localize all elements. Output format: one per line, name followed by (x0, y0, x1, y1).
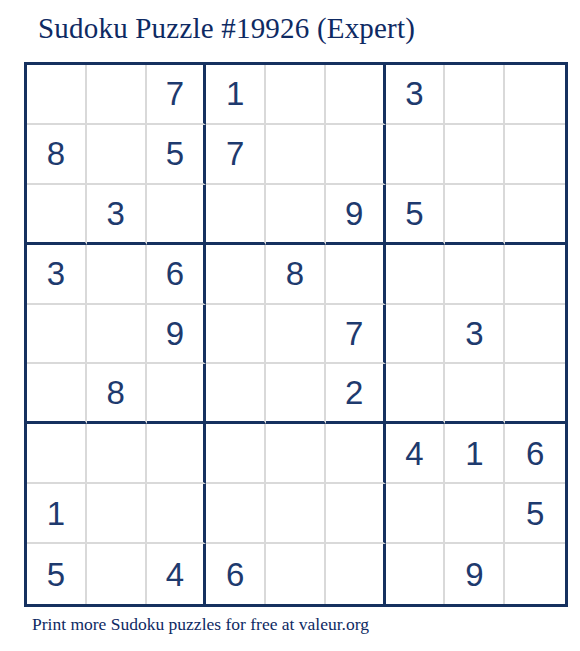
sudoku-cell-r7c5[interactable] (266, 424, 326, 484)
sudoku-cell-r8c2[interactable] (87, 484, 147, 544)
sudoku-cell-r8c7[interactable] (386, 484, 446, 544)
sudoku-cell-r2c2[interactable] (87, 125, 147, 185)
sudoku-cell-r1c6[interactable] (326, 65, 386, 125)
sudoku-cell-r8c5[interactable] (266, 484, 326, 544)
sudoku-cell-r8c1: 1 (27, 484, 87, 544)
sudoku-cell-r7c7: 4 (386, 424, 446, 484)
sudoku-cell-r8c8[interactable] (445, 484, 505, 544)
sudoku-cell-r5c6: 7 (326, 305, 386, 365)
sudoku-board: 71385739536897382416155469 (24, 62, 568, 607)
sudoku-cell-r3c2: 3 (87, 185, 147, 245)
sudoku-cell-r7c8: 1 (445, 424, 505, 484)
sudoku-cell-r1c5[interactable] (266, 65, 326, 125)
sudoku-cell-r5c1[interactable] (27, 305, 87, 365)
sudoku-cell-r4c1: 3 (27, 245, 87, 305)
sudoku-cell-r7c4[interactable] (206, 424, 266, 484)
sudoku-cell-r6c6: 2 (326, 364, 386, 424)
sudoku-cell-r5c8: 3 (445, 305, 505, 365)
sudoku-cell-r9c3: 4 (147, 544, 207, 604)
sudoku-cell-r4c2[interactable] (87, 245, 147, 305)
sudoku-cell-r3c7: 5 (386, 185, 446, 245)
sudoku-cell-r2c7[interactable] (386, 125, 446, 185)
sudoku-cell-r3c9[interactable] (505, 185, 565, 245)
sudoku-cell-r1c4: 1 (206, 65, 266, 125)
sudoku-cell-r5c9[interactable] (505, 305, 565, 365)
sudoku-cell-r9c1: 5 (27, 544, 87, 604)
footer-text: Print more Sudoku puzzles for free at va… (32, 614, 369, 635)
sudoku-cell-r1c2[interactable] (87, 65, 147, 125)
sudoku-cell-r4c5: 8 (266, 245, 326, 305)
sudoku-cell-r6c9[interactable] (505, 364, 565, 424)
sudoku-cell-r2c8[interactable] (445, 125, 505, 185)
sudoku-cell-r6c3[interactable] (147, 364, 207, 424)
sudoku-cell-r4c3: 6 (147, 245, 207, 305)
sudoku-cell-r7c1[interactable] (27, 424, 87, 484)
sudoku-cell-r3c5[interactable] (266, 185, 326, 245)
sudoku-cell-r5c5[interactable] (266, 305, 326, 365)
sudoku-cell-r8c9: 5 (505, 484, 565, 544)
sudoku-cell-r9c9[interactable] (505, 544, 565, 604)
sudoku-cell-r6c4[interactable] (206, 364, 266, 424)
sudoku-cell-r6c2: 8 (87, 364, 147, 424)
sudoku-cell-r9c5[interactable] (266, 544, 326, 604)
sudoku-cell-r5c3: 9 (147, 305, 207, 365)
sudoku-cell-r4c7[interactable] (386, 245, 446, 305)
sudoku-cell-r5c4[interactable] (206, 305, 266, 365)
sudoku-cell-r9c4: 6 (206, 544, 266, 604)
sudoku-cell-r2c3: 5 (147, 125, 207, 185)
sudoku-cell-r9c6[interactable] (326, 544, 386, 604)
sudoku-cell-r9c8: 9 (445, 544, 505, 604)
sudoku-cell-r3c3[interactable] (147, 185, 207, 245)
sudoku-cell-r6c7[interactable] (386, 364, 446, 424)
sudoku-cell-r8c6[interactable] (326, 484, 386, 544)
sudoku-cell-r1c9[interactable] (505, 65, 565, 125)
page-title: Sudoku Puzzle #19926 (Expert) (38, 12, 415, 45)
sudoku-page: Sudoku Puzzle #19926 (Expert) 7138573953… (0, 0, 580, 651)
sudoku-cell-r6c5[interactable] (266, 364, 326, 424)
sudoku-cell-r2c9[interactable] (505, 125, 565, 185)
sudoku-cell-r2c5[interactable] (266, 125, 326, 185)
sudoku-cell-r3c1[interactable] (27, 185, 87, 245)
sudoku-cell-r7c2[interactable] (87, 424, 147, 484)
sudoku-cell-r1c7: 3 (386, 65, 446, 125)
sudoku-cell-r2c1: 8 (27, 125, 87, 185)
sudoku-cell-r7c3[interactable] (147, 424, 207, 484)
sudoku-cell-r2c6[interactable] (326, 125, 386, 185)
sudoku-cell-r5c2[interactable] (87, 305, 147, 365)
sudoku-cell-r4c8[interactable] (445, 245, 505, 305)
sudoku-cell-r4c6[interactable] (326, 245, 386, 305)
sudoku-cell-r1c8[interactable] (445, 65, 505, 125)
sudoku-cell-r8c3[interactable] (147, 484, 207, 544)
sudoku-cell-r7c6[interactable] (326, 424, 386, 484)
sudoku-cell-r9c7[interactable] (386, 544, 446, 604)
sudoku-cell-r3c6: 9 (326, 185, 386, 245)
sudoku-cell-r1c1[interactable] (27, 65, 87, 125)
sudoku-cell-r6c1[interactable] (27, 364, 87, 424)
sudoku-cell-r1c3: 7 (147, 65, 207, 125)
sudoku-cell-r3c8[interactable] (445, 185, 505, 245)
sudoku-cell-r9c2[interactable] (87, 544, 147, 604)
sudoku-cell-r8c4[interactable] (206, 484, 266, 544)
sudoku-cell-r5c7[interactable] (386, 305, 446, 365)
sudoku-cell-r2c4: 7 (206, 125, 266, 185)
sudoku-cell-r7c9: 6 (505, 424, 565, 484)
sudoku-cell-r6c8[interactable] (445, 364, 505, 424)
sudoku-cell-r3c4[interactable] (206, 185, 266, 245)
sudoku-cell-r4c9[interactable] (505, 245, 565, 305)
sudoku-cell-r4c4[interactable] (206, 245, 266, 305)
